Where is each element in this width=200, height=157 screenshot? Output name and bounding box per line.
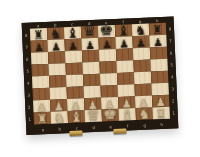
square-a5[interactable]	[31, 63, 49, 76]
coord-label: 5	[167, 58, 176, 70]
piece-white-king[interactable]: ♚	[101, 105, 119, 122]
square-g3[interactable]	[134, 83, 152, 96]
square-a6[interactable]	[31, 51, 49, 64]
square-b6[interactable]	[48, 51, 66, 64]
coord-label: a	[34, 126, 51, 132]
square-b5[interactable]	[48, 63, 66, 76]
square-b8[interactable]: ♞	[47, 27, 65, 40]
piece-black-king[interactable]: ♚	[98, 21, 116, 38]
coord-label: h	[153, 121, 170, 127]
square-e6[interactable]	[99, 48, 117, 61]
square-e8[interactable]: ♚	[98, 24, 116, 37]
square-f8[interactable]: ♝	[115, 24, 133, 37]
square-b2[interactable]: ♟	[50, 99, 68, 112]
square-d4[interactable]	[83, 73, 101, 86]
coord-label: 6	[167, 46, 176, 58]
square-a7[interactable]: ♟	[30, 39, 48, 52]
square-f4[interactable]	[117, 72, 135, 85]
square-h8[interactable]: ♜	[149, 22, 167, 35]
brass-hinge	[70, 130, 83, 136]
square-c7[interactable]: ♟	[64, 38, 82, 51]
square-g6[interactable]	[133, 47, 151, 60]
piece-white-rook[interactable]: ♜	[152, 107, 170, 120]
square-c8[interactable]: ♝	[64, 26, 82, 39]
square-f7[interactable]: ♟	[115, 36, 133, 49]
piece-white-bishop[interactable]: ♝	[67, 109, 85, 124]
square-g5[interactable]	[133, 59, 151, 72]
square-c6[interactable]	[65, 50, 83, 63]
coord-label: d	[85, 124, 102, 130]
square-b3[interactable]	[49, 87, 67, 100]
piece-white-rook[interactable]: ♜	[34, 112, 52, 125]
square-a1[interactable]: ♜	[34, 111, 52, 124]
square-g8[interactable]: ♞	[132, 23, 150, 36]
square-e7[interactable]: ♟	[98, 36, 116, 49]
piece-white-knight[interactable]: ♞	[135, 107, 153, 121]
square-f6[interactable]	[116, 48, 134, 61]
square-b1[interactable]: ♞	[51, 111, 69, 124]
square-d7[interactable]: ♟	[81, 37, 99, 50]
square-c1[interactable]: ♝	[68, 110, 86, 123]
square-a3[interactable]	[33, 87, 51, 100]
square-d3[interactable]	[83, 85, 101, 98]
square-g2[interactable]: ♟	[135, 95, 153, 108]
coord-label: 2	[169, 94, 178, 106]
coord-label: e	[102, 123, 119, 129]
photo-scene: abcdefgh abcdefgh 87654321 87654321 ♜♞♝♛…	[0, 0, 200, 157]
square-h1[interactable]: ♜	[152, 106, 170, 119]
square-g4[interactable]	[134, 71, 152, 84]
coord-label: a	[30, 22, 47, 28]
square-h3[interactable]	[151, 82, 169, 95]
square-h2[interactable]: ♟	[152, 94, 170, 107]
coord-label: c	[68, 124, 85, 130]
square-g7[interactable]: ♟	[132, 35, 150, 48]
square-d1[interactable]: ♛	[84, 109, 102, 122]
coord-label: h	[149, 17, 166, 23]
square-g1[interactable]: ♞	[135, 107, 153, 120]
square-e3[interactable]	[100, 84, 118, 97]
coord-label: 7	[166, 34, 175, 46]
square-b7[interactable]: ♟	[47, 39, 65, 52]
square-d5[interactable]	[82, 61, 100, 74]
piece-black-bishop[interactable]: ♝	[64, 25, 82, 40]
square-b4[interactable]	[49, 75, 67, 88]
square-f5[interactable]	[116, 60, 134, 73]
square-a4[interactable]	[32, 75, 50, 88]
square-a8[interactable]: ♜	[30, 27, 48, 40]
square-e4[interactable]	[100, 72, 118, 85]
coord-label: g	[136, 121, 153, 127]
coord-label: 8	[166, 22, 175, 34]
piece-white-knight[interactable]: ♞	[51, 111, 69, 125]
brass-hinge	[113, 128, 126, 134]
piece-white-queen[interactable]: ♛	[84, 107, 102, 123]
square-c4[interactable]	[66, 74, 84, 87]
piece-white-bishop[interactable]: ♝	[118, 107, 136, 122]
square-f3[interactable]	[117, 84, 135, 97]
square-a2[interactable]: ♟	[33, 99, 51, 112]
square-e1[interactable]: ♚	[101, 108, 119, 121]
coord-label: f	[119, 122, 136, 128]
square-d8[interactable]: ♛	[81, 25, 99, 38]
coord-label: b	[51, 125, 68, 131]
piece-black-queen[interactable]: ♛	[81, 23, 99, 39]
chess-board: abcdefgh abcdefgh 87654321 87654321 ♜♞♝♛…	[22, 16, 179, 135]
square-e5[interactable]	[99, 60, 117, 73]
coord-label: 3	[168, 82, 177, 94]
square-c5[interactable]	[65, 62, 83, 75]
coord-label: 1	[169, 106, 178, 118]
coord-label: 4	[168, 70, 177, 82]
square-h5[interactable]	[150, 58, 168, 71]
square-d6[interactable]	[82, 49, 100, 62]
piece-black-bishop[interactable]: ♝	[115, 23, 133, 38]
board-grid: ♜♞♝♛♚♝♞♜♟♟♟♟♟♟♟♟♟♟♟♟♟♟♟♟♜♞♝♛♚♝♞♜	[30, 22, 170, 124]
square-h6[interactable]	[150, 46, 168, 59]
square-f1[interactable]: ♝	[118, 108, 136, 121]
square-h7[interactable]: ♟	[149, 34, 167, 47]
square-h4[interactable]	[151, 70, 169, 83]
square-c3[interactable]	[66, 86, 84, 99]
